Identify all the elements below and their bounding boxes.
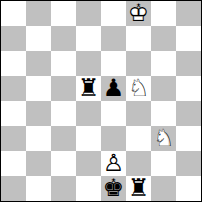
square-e2[interactable]: ♟♙ bbox=[101, 151, 126, 176]
square-g8[interactable] bbox=[151, 1, 176, 26]
square-e3[interactable] bbox=[101, 126, 126, 151]
square-b5[interactable] bbox=[26, 76, 51, 101]
square-e1[interactable]: ♚ bbox=[101, 176, 126, 201]
square-e8[interactable] bbox=[101, 1, 126, 26]
square-b1[interactable] bbox=[26, 176, 51, 201]
black-rook: ♜ bbox=[126, 176, 151, 201]
square-f4[interactable] bbox=[126, 101, 151, 126]
square-g2[interactable] bbox=[151, 151, 176, 176]
black-king: ♚ bbox=[101, 176, 126, 201]
square-h1[interactable] bbox=[176, 176, 201, 201]
square-c6[interactable] bbox=[51, 51, 76, 76]
square-h5[interactable] bbox=[176, 76, 201, 101]
white-king: ♚ bbox=[126, 1, 151, 26]
white-king: ♔ bbox=[126, 1, 151, 26]
square-a3[interactable] bbox=[1, 126, 26, 151]
square-c2[interactable] bbox=[51, 151, 76, 176]
square-g4[interactable] bbox=[151, 101, 176, 126]
square-e7[interactable] bbox=[101, 26, 126, 51]
white-knight: ♞ bbox=[126, 76, 151, 101]
square-c4[interactable] bbox=[51, 101, 76, 126]
square-d6[interactable] bbox=[76, 51, 101, 76]
square-f6[interactable] bbox=[126, 51, 151, 76]
square-c1[interactable] bbox=[51, 176, 76, 201]
square-a7[interactable] bbox=[1, 26, 26, 51]
square-f3[interactable] bbox=[126, 126, 151, 151]
white-pawn: ♙ bbox=[101, 151, 126, 176]
square-a5[interactable] bbox=[1, 76, 26, 101]
square-h3[interactable] bbox=[176, 126, 201, 151]
square-h4[interactable] bbox=[176, 101, 201, 126]
square-h7[interactable] bbox=[176, 26, 201, 51]
square-g6[interactable] bbox=[151, 51, 176, 76]
square-f1[interactable]: ♜ bbox=[126, 176, 151, 201]
square-h8[interactable] bbox=[176, 1, 201, 26]
square-g1[interactable] bbox=[151, 176, 176, 201]
square-e4[interactable] bbox=[101, 101, 126, 126]
square-g3[interactable]: ♞♘ bbox=[151, 126, 176, 151]
square-b7[interactable] bbox=[26, 26, 51, 51]
square-a6[interactable] bbox=[1, 51, 26, 76]
square-e6[interactable] bbox=[101, 51, 126, 76]
square-c5[interactable] bbox=[51, 76, 76, 101]
white-knight: ♘ bbox=[151, 126, 176, 151]
square-b6[interactable] bbox=[26, 51, 51, 76]
square-f5[interactable]: ♞♘ bbox=[126, 76, 151, 101]
square-d1[interactable] bbox=[76, 176, 101, 201]
chess-board: ♚♔♜♟♞♘♞♘♟♙♚♜ bbox=[1, 1, 201, 201]
square-a8[interactable] bbox=[1, 1, 26, 26]
square-g5[interactable] bbox=[151, 76, 176, 101]
square-d5[interactable]: ♜ bbox=[76, 76, 101, 101]
square-c3[interactable] bbox=[51, 126, 76, 151]
square-a1[interactable] bbox=[1, 176, 26, 201]
square-c7[interactable] bbox=[51, 26, 76, 51]
square-b4[interactable] bbox=[26, 101, 51, 126]
white-knight: ♘ bbox=[126, 76, 151, 101]
square-d3[interactable] bbox=[76, 126, 101, 151]
square-b2[interactable] bbox=[26, 151, 51, 176]
chess-board-frame: ♚♔♜♟♞♘♞♘♟♙♚♜ bbox=[0, 0, 202, 202]
black-rook: ♜ bbox=[76, 76, 101, 101]
white-knight: ♞ bbox=[151, 126, 176, 151]
square-f7[interactable] bbox=[126, 26, 151, 51]
square-d2[interactable] bbox=[76, 151, 101, 176]
square-h6[interactable] bbox=[176, 51, 201, 76]
square-c8[interactable] bbox=[51, 1, 76, 26]
square-b8[interactable] bbox=[26, 1, 51, 26]
square-a4[interactable] bbox=[1, 101, 26, 126]
square-a2[interactable] bbox=[1, 151, 26, 176]
square-b3[interactable] bbox=[26, 126, 51, 151]
square-h2[interactable] bbox=[176, 151, 201, 176]
square-f2[interactable] bbox=[126, 151, 151, 176]
square-d7[interactable] bbox=[76, 26, 101, 51]
square-d8[interactable] bbox=[76, 1, 101, 26]
square-e5[interactable]: ♟ bbox=[101, 76, 126, 101]
square-g7[interactable] bbox=[151, 26, 176, 51]
white-pawn: ♟ bbox=[101, 151, 126, 176]
square-d4[interactable] bbox=[76, 101, 101, 126]
square-f8[interactable]: ♚♔ bbox=[126, 1, 151, 26]
black-pawn: ♟ bbox=[101, 76, 126, 101]
